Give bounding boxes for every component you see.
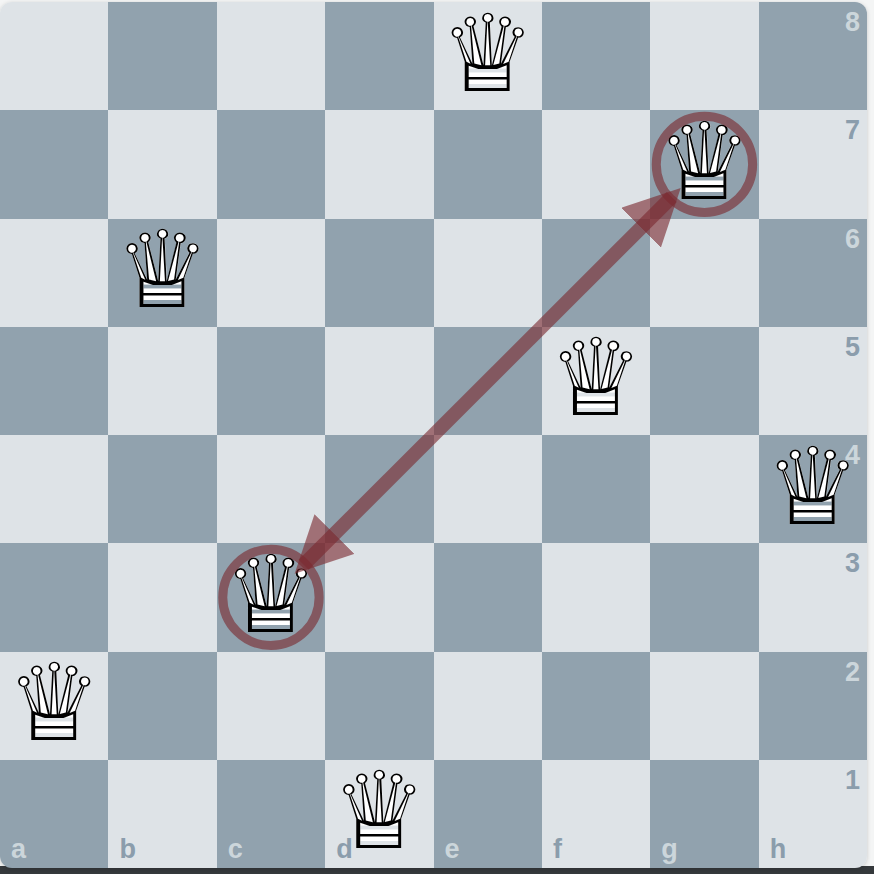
square-d2[interactable] xyxy=(325,652,433,760)
chessboard: ♛♕8♛♕7♛♕6♛♕54♛♕♛♕3♛♕2abcd♛♕efgh1 xyxy=(0,2,867,868)
square-b4[interactable] xyxy=(108,435,216,543)
square-e1[interactable]: e xyxy=(434,760,542,868)
white-queen-outline-glyph: ♕ xyxy=(108,217,216,325)
square-f6[interactable] xyxy=(542,219,650,327)
rank-label-5: 5 xyxy=(845,334,860,361)
rank-label-7: 7 xyxy=(845,117,860,144)
square-a2[interactable]: ♛♕ xyxy=(0,652,108,760)
square-a4[interactable] xyxy=(0,435,108,543)
square-c3[interactable]: ♛♕ xyxy=(217,543,325,651)
square-e7[interactable] xyxy=(434,110,542,218)
square-e2[interactable] xyxy=(434,652,542,760)
square-b7[interactable] xyxy=(108,110,216,218)
square-c4[interactable] xyxy=(217,435,325,543)
file-label-h: h xyxy=(770,836,787,863)
rank-label-8: 8 xyxy=(845,9,860,36)
square-h2[interactable]: 2 xyxy=(759,652,867,760)
white-queen[interactable]: ♛♕ xyxy=(0,652,108,760)
square-a8[interactable] xyxy=(0,2,108,110)
square-g1[interactable]: g xyxy=(650,760,758,868)
square-f3[interactable] xyxy=(542,543,650,651)
white-queen[interactable]: ♛♕ xyxy=(759,435,867,543)
rank-label-3: 3 xyxy=(845,550,860,577)
white-queen[interactable]: ♛♕ xyxy=(650,110,758,218)
square-b2[interactable] xyxy=(108,652,216,760)
square-d5[interactable] xyxy=(325,327,433,435)
square-c5[interactable] xyxy=(217,327,325,435)
white-queen[interactable]: ♛♕ xyxy=(217,543,325,651)
white-queen-outline-glyph: ♕ xyxy=(0,650,108,758)
square-b1[interactable]: b xyxy=(108,760,216,868)
rank-label-2: 2 xyxy=(845,659,860,686)
square-b5[interactable] xyxy=(108,327,216,435)
white-queen[interactable]: ♛♕ xyxy=(542,327,650,435)
white-queen-outline-glyph: ♕ xyxy=(434,2,542,108)
square-c2[interactable] xyxy=(217,652,325,760)
square-a3[interactable] xyxy=(0,543,108,651)
square-g7[interactable]: ♛♕ xyxy=(650,110,758,218)
square-d8[interactable] xyxy=(325,2,433,110)
square-h1[interactable]: h1 xyxy=(759,760,867,868)
square-g2[interactable] xyxy=(650,652,758,760)
file-label-b: b xyxy=(119,836,136,863)
rank-label-6: 6 xyxy=(845,226,860,253)
square-d4[interactable] xyxy=(325,435,433,543)
square-g5[interactable] xyxy=(650,327,758,435)
square-b6[interactable]: ♛♕ xyxy=(108,219,216,327)
square-e5[interactable] xyxy=(434,327,542,435)
square-e4[interactable] xyxy=(434,435,542,543)
square-h4[interactable]: 4♛♕ xyxy=(759,435,867,543)
square-e8[interactable]: ♛♕ xyxy=(434,2,542,110)
square-f7[interactable] xyxy=(542,110,650,218)
white-queen-outline-glyph: ♕ xyxy=(217,541,325,649)
square-a5[interactable] xyxy=(0,327,108,435)
square-h6[interactable]: 6 xyxy=(759,219,867,327)
square-d7[interactable] xyxy=(325,110,433,218)
square-b8[interactable] xyxy=(108,2,216,110)
square-c7[interactable] xyxy=(217,110,325,218)
rank-label-1: 1 xyxy=(845,767,860,794)
square-e3[interactable] xyxy=(434,543,542,651)
board-grid: ♛♕8♛♕7♛♕6♛♕54♛♕♛♕3♛♕2abcd♛♕efgh1 xyxy=(0,2,867,868)
white-queen-outline-glyph: ♕ xyxy=(542,325,650,433)
square-h5[interactable]: 5 xyxy=(759,327,867,435)
square-e6[interactable] xyxy=(434,219,542,327)
square-a6[interactable] xyxy=(0,219,108,327)
square-f4[interactable] xyxy=(542,435,650,543)
square-d1[interactable]: d♛♕ xyxy=(325,760,433,868)
square-d3[interactable] xyxy=(325,543,433,651)
square-d6[interactable] xyxy=(325,219,433,327)
square-f2[interactable] xyxy=(542,652,650,760)
white-queen-outline-glyph: ♕ xyxy=(325,758,433,866)
square-c1[interactable]: c xyxy=(217,760,325,868)
square-g8[interactable] xyxy=(650,2,758,110)
square-h3[interactable]: 3 xyxy=(759,543,867,651)
square-h8[interactable]: 8 xyxy=(759,2,867,110)
file-label-g: g xyxy=(661,836,678,863)
square-f5[interactable]: ♛♕ xyxy=(542,327,650,435)
file-label-c: c xyxy=(228,836,243,863)
file-label-a: a xyxy=(11,836,26,863)
file-label-f: f xyxy=(553,836,562,863)
white-queen[interactable]: ♛♕ xyxy=(434,2,542,110)
file-label-e: e xyxy=(445,836,460,863)
white-queen[interactable]: ♛♕ xyxy=(325,760,433,868)
square-f8[interactable] xyxy=(542,2,650,110)
square-c6[interactable] xyxy=(217,219,325,327)
square-h7[interactable]: 7 xyxy=(759,110,867,218)
square-g3[interactable] xyxy=(650,543,758,651)
square-f1[interactable]: f xyxy=(542,760,650,868)
square-g6[interactable] xyxy=(650,219,758,327)
square-a7[interactable] xyxy=(0,110,108,218)
square-b3[interactable] xyxy=(108,543,216,651)
square-c8[interactable] xyxy=(217,2,325,110)
square-a1[interactable]: a xyxy=(0,760,108,868)
white-queen-outline-glyph: ♕ xyxy=(759,433,867,541)
white-queen[interactable]: ♛♕ xyxy=(108,219,216,327)
square-g4[interactable] xyxy=(650,435,758,543)
white-queen-outline-glyph: ♕ xyxy=(650,108,758,216)
